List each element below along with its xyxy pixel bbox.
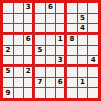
sudoku-cell-r6c2[interactable]	[14, 56, 24, 66]
sudoku-cell-r5c1[interactable]: 2	[3, 46, 13, 56]
given-digit: 5	[80, 15, 85, 22]
sudoku-cell-r3c9[interactable]	[88, 24, 98, 34]
sudoku-board: 36546182534527619	[0, 0, 101, 101]
sudoku-cell-r7c3[interactable]: 2	[24, 67, 34, 77]
sudoku-cell-r8c6[interactable]: 6	[56, 78, 66, 88]
sudoku-cell-r2c6[interactable]	[56, 14, 66, 24]
sudoku-cell-r5c3[interactable]	[24, 46, 34, 56]
sudoku-cell-r7c8[interactable]	[78, 67, 88, 77]
sudoku-cell-r6c3[interactable]	[24, 56, 34, 66]
sudoku-cell-r8c2[interactable]	[14, 78, 24, 88]
sudoku-cell-r7c4[interactable]	[35, 67, 45, 77]
sudoku-cell-r7c1[interactable]: 5	[3, 67, 13, 77]
given-digit: 2	[5, 47, 10, 54]
given-digit: 4	[91, 57, 96, 64]
sudoku-cell-r9c3[interactable]	[24, 88, 34, 98]
sudoku-cell-r9c8[interactable]	[78, 88, 88, 98]
sudoku-cell-r6c7[interactable]	[67, 56, 77, 66]
sudoku-cell-r1c7[interactable]	[67, 3, 77, 13]
sudoku-cell-r6c8[interactable]	[78, 56, 88, 66]
sudoku-cell-r3c3[interactable]	[24, 24, 34, 34]
given-digit: 3	[26, 4, 31, 11]
sudoku-cell-r1c1[interactable]	[3, 3, 13, 13]
sudoku-cell-r3c1[interactable]	[3, 24, 13, 34]
sudoku-cell-r3c8[interactable]: 4	[78, 24, 88, 34]
sudoku-cell-r5c7[interactable]	[67, 46, 77, 56]
sudoku-cell-r2c4[interactable]	[35, 14, 45, 24]
sudoku-cell-r6c5[interactable]	[46, 56, 56, 66]
sudoku-cell-r4c4[interactable]	[35, 35, 45, 45]
given-digit: 6	[58, 79, 63, 86]
sudoku-cell-r1c4[interactable]	[35, 3, 45, 13]
sudoku-cell-r4c1[interactable]	[3, 35, 13, 45]
sudoku-cell-r4c6[interactable]: 1	[56, 35, 66, 45]
sudoku-cell-r1c6[interactable]	[56, 3, 66, 13]
sudoku-cell-r8c5[interactable]	[46, 78, 56, 88]
sudoku-cell-r5c5[interactable]	[46, 46, 56, 56]
sudoku-cell-r9c4[interactable]	[35, 88, 45, 98]
given-digit: 3	[58, 57, 63, 64]
sudoku-cell-r6c1[interactable]	[3, 56, 13, 66]
sudoku-cell-r2c3[interactable]	[24, 14, 34, 24]
sudoku-cell-r2c5[interactable]	[46, 14, 56, 24]
sudoku-cell-r2c9[interactable]	[88, 14, 98, 24]
sudoku-cell-r7c5[interactable]	[46, 67, 56, 77]
given-digit: 5	[37, 47, 42, 54]
sudoku-cell-r5c4[interactable]: 5	[35, 46, 45, 56]
sudoku-cell-r2c7[interactable]	[67, 14, 77, 24]
given-digit: 6	[26, 36, 31, 43]
given-digit: 6	[48, 4, 53, 11]
sudoku-cell-r5c9[interactable]	[88, 46, 98, 56]
sudoku-cell-r8c4[interactable]: 7	[35, 78, 45, 88]
sudoku-cell-r6c9[interactable]: 4	[88, 56, 98, 66]
sudoku-cell-r9c1[interactable]: 9	[3, 88, 13, 98]
sudoku-cell-r5c6[interactable]	[56, 46, 66, 56]
sudoku-cell-r9c5[interactable]	[46, 88, 56, 98]
sudoku-cell-r4c3[interactable]: 6	[24, 35, 34, 45]
sudoku-cell-r3c7[interactable]	[67, 24, 77, 34]
sudoku-cell-r9c2[interactable]	[14, 88, 24, 98]
sudoku-cell-r9c7[interactable]	[67, 88, 77, 98]
given-digit: 8	[69, 36, 74, 43]
given-digit: 7	[37, 79, 42, 86]
sudoku-cell-r6c6[interactable]: 3	[56, 56, 66, 66]
sudoku-cell-r2c2[interactable]	[14, 14, 24, 24]
sudoku-cell-r3c5[interactable]	[46, 24, 56, 34]
sudoku-cell-r7c9[interactable]	[88, 67, 98, 77]
sudoku-cell-r1c3[interactable]: 3	[24, 3, 34, 13]
given-digit: 1	[58, 36, 63, 43]
sudoku-cell-r1c8[interactable]	[78, 3, 88, 13]
sudoku-cell-r9c9[interactable]	[88, 88, 98, 98]
sudoku-cell-r7c6[interactable]	[56, 67, 66, 77]
sudoku-cell-r2c1[interactable]	[3, 14, 13, 24]
sudoku-cell-r5c2[interactable]	[14, 46, 24, 56]
given-digit: 9	[5, 90, 10, 97]
sudoku-cell-r4c5[interactable]	[46, 35, 56, 45]
sudoku-cell-r8c1[interactable]	[3, 78, 13, 88]
sudoku-cell-r3c2[interactable]	[14, 24, 24, 34]
sudoku-cell-r8c9[interactable]	[88, 78, 98, 88]
sudoku-cell-r1c5[interactable]: 6	[46, 3, 56, 13]
given-digit: 4	[80, 25, 85, 32]
sudoku-cell-r8c3[interactable]	[24, 78, 34, 88]
sudoku-cell-r2c8[interactable]: 5	[78, 14, 88, 24]
given-digit: 2	[26, 68, 31, 75]
sudoku-cell-r8c7[interactable]	[67, 78, 77, 88]
sudoku-cell-r1c2[interactable]	[14, 3, 24, 13]
sudoku-cell-r7c2[interactable]	[14, 67, 24, 77]
given-digit: 1	[80, 79, 85, 86]
sudoku-cell-r1c9[interactable]	[88, 3, 98, 13]
given-digit: 5	[5, 68, 10, 75]
sudoku-cell-r4c2[interactable]	[14, 35, 24, 45]
sudoku-cell-r4c8[interactable]	[78, 35, 88, 45]
sudoku-cell-r3c4[interactable]	[35, 24, 45, 34]
sudoku-cell-r4c9[interactable]	[88, 35, 98, 45]
sudoku-cell-r4c7[interactable]: 8	[67, 35, 77, 45]
sudoku-cell-r6c4[interactable]	[35, 56, 45, 66]
sudoku-cell-r7c7[interactable]	[67, 67, 77, 77]
sudoku-cell-r8c8[interactable]: 1	[78, 78, 88, 88]
sudoku-cell-r9c6[interactable]	[56, 88, 66, 98]
sudoku-cell-r5c8[interactable]	[78, 46, 88, 56]
sudoku-cell-r3c6[interactable]	[56, 24, 66, 34]
